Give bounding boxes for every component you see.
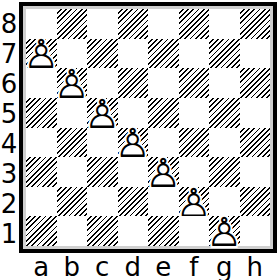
square-c1 xyxy=(87,216,118,246)
square-a6 xyxy=(26,68,57,98)
square-a3 xyxy=(26,157,57,187)
square-e7 xyxy=(148,39,179,69)
square-f1 xyxy=(179,216,210,246)
square-f8 xyxy=(179,9,210,39)
square-d8 xyxy=(118,9,149,39)
square-a1 xyxy=(26,216,57,246)
file-label-c: c xyxy=(87,252,118,280)
file-labels: abcdefgh xyxy=(26,252,270,280)
square-c7 xyxy=(87,39,118,69)
square-d3 xyxy=(118,157,149,187)
square-g3 xyxy=(209,157,240,187)
square-h2 xyxy=(240,187,271,217)
rank-label-7: 7 xyxy=(0,39,18,69)
white-pawn: ♙ xyxy=(118,129,149,159)
file-label-a: a xyxy=(26,252,57,280)
square-g6 xyxy=(209,68,240,98)
square-d1 xyxy=(118,216,149,246)
square-f2: ♟♙ xyxy=(179,187,210,217)
square-g1: ♟♙ xyxy=(209,216,240,246)
file-label-g: g xyxy=(209,252,240,280)
rank-label-4: 4 xyxy=(0,129,18,159)
square-c6 xyxy=(87,68,118,98)
square-c3 xyxy=(87,157,118,187)
square-b1 xyxy=(57,216,88,246)
square-e4 xyxy=(148,128,179,158)
white-pawn: ♙ xyxy=(26,40,57,70)
square-a7: ♟♙ xyxy=(26,39,57,69)
square-a5 xyxy=(26,98,57,128)
square-c4 xyxy=(87,128,118,158)
square-a4 xyxy=(26,128,57,158)
square-d7 xyxy=(118,39,149,69)
board-grid: ♟♙♟♙♟♙♟♙♟♙♟♙♟♙ xyxy=(26,9,270,246)
square-h8 xyxy=(240,9,271,39)
square-b7 xyxy=(57,39,88,69)
white-pawn-fill: ♟ xyxy=(179,188,210,218)
square-b4 xyxy=(57,128,88,158)
rank-label-5: 5 xyxy=(0,99,18,129)
square-c2 xyxy=(87,187,118,217)
square-f5 xyxy=(179,98,210,128)
rank-label-6: 6 xyxy=(0,69,18,99)
square-c8 xyxy=(87,9,118,39)
square-b6: ♟♙ xyxy=(57,68,88,98)
square-h7 xyxy=(240,39,271,69)
file-label-d: d xyxy=(118,252,149,280)
square-b5 xyxy=(57,98,88,128)
square-g7 xyxy=(209,39,240,69)
file-label-e: e xyxy=(148,252,179,280)
file-label-h: h xyxy=(240,252,271,280)
square-h3 xyxy=(240,157,271,187)
square-h5 xyxy=(240,98,271,128)
rank-labels: 87654321 xyxy=(0,9,18,246)
square-e3: ♟♙ xyxy=(148,157,179,187)
square-b3 xyxy=(57,157,88,187)
square-e2 xyxy=(148,187,179,217)
square-d5 xyxy=(118,98,149,128)
white-pawn-fill: ♟ xyxy=(118,129,149,159)
white-pawn-fill: ♟ xyxy=(209,217,240,247)
white-pawn: ♙ xyxy=(87,99,118,129)
rank-label-3: 3 xyxy=(0,159,18,189)
square-f6 xyxy=(179,68,210,98)
file-label-b: b xyxy=(57,252,88,280)
square-a8 xyxy=(26,9,57,39)
file-label-f: f xyxy=(179,252,210,280)
rank-label-2: 2 xyxy=(0,189,18,219)
rank-label-8: 8 xyxy=(0,9,18,39)
square-d2 xyxy=(118,187,149,217)
white-pawn-fill: ♟ xyxy=(57,69,88,99)
square-d6 xyxy=(118,68,149,98)
square-f3 xyxy=(179,157,210,187)
square-f7 xyxy=(179,39,210,69)
square-d4: ♟♙ xyxy=(118,128,149,158)
white-pawn: ♙ xyxy=(179,188,210,218)
square-e5 xyxy=(148,98,179,128)
square-e6 xyxy=(148,68,179,98)
rank-label-1: 1 xyxy=(0,219,18,249)
square-g2 xyxy=(209,187,240,217)
square-e8 xyxy=(148,9,179,39)
white-pawn-fill: ♟ xyxy=(148,158,179,188)
square-e1 xyxy=(148,216,179,246)
square-b2 xyxy=(57,187,88,217)
white-pawn-fill: ♟ xyxy=(26,40,57,70)
white-pawn: ♙ xyxy=(209,217,240,247)
white-pawn-fill: ♟ xyxy=(87,99,118,129)
square-g4 xyxy=(209,128,240,158)
square-a2 xyxy=(26,187,57,217)
white-pawn: ♙ xyxy=(57,69,88,99)
square-h4 xyxy=(240,128,271,158)
square-h1 xyxy=(240,216,271,246)
square-h6 xyxy=(240,68,271,98)
square-c5: ♟♙ xyxy=(87,98,118,128)
square-g8 xyxy=(209,9,240,39)
square-b8 xyxy=(57,9,88,39)
board-frame: ♟♙♟♙♟♙♟♙♟♙♟♙♟♙ xyxy=(19,2,277,253)
square-g5 xyxy=(209,98,240,128)
square-f4 xyxy=(179,128,210,158)
white-pawn: ♙ xyxy=(148,158,179,188)
